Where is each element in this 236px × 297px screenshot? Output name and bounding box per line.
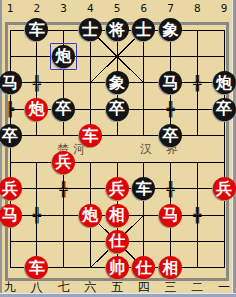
piece-black-chariot[interactable]: 车 [132, 177, 155, 200]
file-label-top: 2 [33, 2, 40, 15]
piece-glyph: 仕 [136, 260, 152, 276]
piece-glyph: 象 [109, 75, 125, 91]
piece-red-advisor[interactable]: 仕 [106, 230, 129, 253]
piece-red-advisor[interactable]: 仕 [132, 256, 155, 279]
point-marker: ╬ [59, 182, 67, 196]
piece-black-chariot[interactable]: 车 [25, 18, 48, 41]
point-marker: ╬ [193, 76, 201, 90]
piece-red-chariot[interactable]: 车 [79, 124, 102, 147]
piece-red-general[interactable]: 帅 [106, 256, 129, 279]
file-label-top: 9 [221, 2, 228, 15]
piece-glyph: 马 [163, 75, 179, 91]
piece-glyph: 炮 [82, 207, 98, 223]
piece-black-advisor[interactable]: 士 [132, 18, 155, 41]
point-marker: ╬ [193, 208, 201, 222]
piece-black-horse[interactable]: 马 [159, 71, 182, 94]
piece-black-soldier[interactable]: 卒 [159, 124, 182, 147]
piece-red-cannon[interactable]: 炮 [79, 204, 102, 227]
piece-red-elephant[interactable]: 相 [106, 204, 129, 227]
file-label-top: 6 [140, 2, 147, 15]
piece-glyph: 炮 [29, 101, 45, 117]
piece-glyph: 兵 [109, 181, 125, 197]
piece-glyph: 相 [109, 207, 125, 223]
window-edge-bottom [0, 293, 236, 297]
file-label-top: 5 [114, 2, 121, 15]
piece-glyph: 象 [163, 22, 179, 38]
piece-glyph: 炮 [56, 48, 72, 64]
file-label-top: 8 [194, 2, 201, 15]
piece-glyph: 车 [29, 22, 45, 38]
piece-black-elephant[interactable]: 象 [106, 71, 129, 94]
point-marker: ╬ [166, 182, 174, 196]
piece-glyph: 炮 [216, 75, 232, 91]
piece-red-cannon[interactable]: 炮 [25, 98, 48, 121]
piece-glyph: 卒 [2, 128, 18, 144]
piece-glyph: 车 [29, 260, 45, 276]
piece-black-elephant[interactable]: 象 [159, 18, 182, 41]
file-label-top: 1 [7, 2, 14, 15]
piece-black-horse[interactable]: 马 [0, 71, 22, 94]
piece-glyph: 车 [82, 128, 98, 144]
piece-red-horse[interactable]: 马 [0, 204, 22, 227]
piece-black-advisor[interactable]: 士 [79, 18, 102, 41]
piece-red-elephant[interactable]: 相 [159, 256, 182, 279]
piece-red-soldier[interactable]: 兵 [106, 177, 129, 200]
piece-red-soldier[interactable]: 兵 [213, 177, 236, 200]
file-label-top: 4 [87, 2, 94, 15]
piece-glyph: 卒 [216, 101, 232, 117]
piece-black-soldier[interactable]: 卒 [0, 124, 22, 147]
piece-glyph: 马 [2, 75, 18, 91]
piece-red-soldier[interactable]: 兵 [52, 151, 75, 174]
point-marker: ╠ [6, 102, 14, 116]
piece-red-soldier[interactable]: 兵 [0, 177, 22, 200]
piece-glyph: 将 [109, 22, 125, 38]
piece-black-soldier[interactable]: 卒 [213, 98, 236, 121]
piece-black-soldier[interactable]: 卒 [106, 98, 129, 121]
file-label-top: 7 [167, 2, 174, 15]
file-label-top: 3 [60, 2, 67, 15]
xiangqi-app: ╬╬╠╬╬╬╬╬车士将士象炮马象马炮炮卒卒卒卒车卒兵兵兵车兵马炮相马仕车帅仕相 … [0, 0, 236, 297]
piece-glyph: 卒 [56, 101, 72, 117]
piece-glyph: 卒 [109, 101, 125, 117]
piece-glyph: 马 [2, 207, 18, 223]
point-marker: ╬ [33, 76, 41, 90]
piece-red-horse[interactable]: 马 [159, 204, 182, 227]
piece-glyph: 仕 [109, 233, 125, 249]
xiangqi-board[interactable]: ╬╬╠╬╬╬╬╬车士将士象炮马象马炮炮卒卒卒卒车卒兵兵兵车兵马炮相马仕车帅仕相 [0, 17, 236, 281]
piece-glyph: 车 [136, 181, 152, 197]
piece-glyph: 士 [82, 22, 98, 38]
piece-black-cannon[interactable]: 炮 [52, 45, 75, 68]
piece-glyph: 相 [163, 260, 179, 276]
piece-glyph: 兵 [2, 181, 18, 197]
piece-glyph: 马 [163, 207, 179, 223]
point-marker: ╬ [166, 102, 174, 116]
point-marker: ╬ [33, 208, 41, 222]
piece-red-chariot[interactable]: 车 [25, 256, 48, 279]
piece-glyph: 兵 [216, 181, 232, 197]
piece-black-general[interactable]: 将 [106, 18, 129, 41]
piece-glyph: 士 [136, 22, 152, 38]
piece-glyph: 帅 [109, 260, 125, 276]
piece-black-soldier[interactable]: 卒 [52, 98, 75, 121]
piece-black-cannon[interactable]: 炮 [213, 71, 236, 94]
piece-glyph: 兵 [56, 154, 72, 170]
piece-glyph: 卒 [163, 128, 179, 144]
